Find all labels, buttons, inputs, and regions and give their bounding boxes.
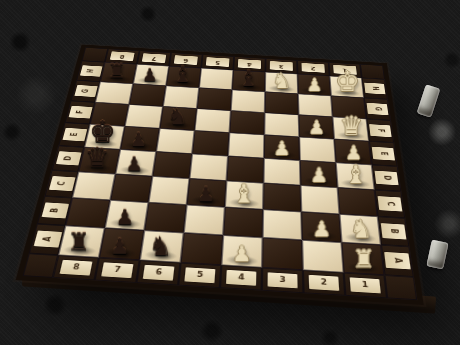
border-corner bbox=[384, 275, 417, 300]
file-label-right-b: B bbox=[378, 216, 410, 246]
border-corner bbox=[82, 47, 108, 62]
photo-background: 87654321H♜♟♝♝♞♟♚HGGF♞♟♛FE♚♟♟♟ED♛♟♟♝DC♟♝C… bbox=[0, 0, 460, 345]
rank-label-bottom-5: 5 bbox=[178, 263, 221, 288]
square-g3[interactable] bbox=[265, 92, 299, 115]
rank-label-top-7-text: 7 bbox=[142, 54, 166, 64]
file-label-right-d: D bbox=[372, 165, 402, 192]
piece-black-pawn: ♟ bbox=[142, 66, 158, 83]
file-label-right-h: H bbox=[362, 78, 388, 99]
piece-white-pawn: ♟ bbox=[345, 143, 362, 162]
piece-white-king: ♚ bbox=[335, 68, 360, 96]
square-g5[interactable] bbox=[197, 88, 232, 111]
rank-label-bottom-4: 4 bbox=[220, 265, 262, 290]
rank-label-bottom-7: 7 bbox=[95, 258, 140, 283]
file-label-right-g: G bbox=[364, 98, 391, 121]
square-a7[interactable]: ♟ bbox=[99, 228, 144, 260]
rank-label-top-5-text: 5 bbox=[206, 57, 230, 67]
rank-label-bottom-1: 1 bbox=[344, 273, 387, 299]
file-label-left-b: B bbox=[37, 196, 72, 225]
square-f1[interactable]: ♛ bbox=[333, 117, 369, 141]
chess-board: 87654321H♜♟♝♝♞♟♚HGGF♞♟♛FE♚♟♟♟ED♛♟♟♝DC♟♝C… bbox=[23, 47, 418, 300]
rank-label-bottom-2-text: 2 bbox=[309, 275, 339, 291]
square-b2[interactable]: ♟ bbox=[301, 212, 341, 243]
rank-label-bottom-1-text: 1 bbox=[350, 278, 381, 294]
piece-white-rook: ♜ bbox=[353, 247, 375, 272]
square-a1[interactable]: ♜ bbox=[342, 242, 385, 275]
file-label-right-e: E bbox=[369, 141, 398, 166]
square-d1[interactable]: ♝ bbox=[336, 163, 375, 190]
rank-label-bottom-3-text: 3 bbox=[268, 273, 298, 289]
square-c7[interactable] bbox=[110, 174, 152, 202]
piece-black-knight: ♞ bbox=[149, 234, 172, 260]
square-c4[interactable]: ♝ bbox=[225, 181, 264, 210]
square-e7[interactable]: ♟ bbox=[120, 126, 159, 151]
piece-black-pawn: ♟ bbox=[110, 236, 129, 258]
square-f5[interactable] bbox=[195, 109, 231, 133]
square-a4[interactable]: ♟ bbox=[221, 235, 262, 267]
square-e3[interactable]: ♟ bbox=[264, 135, 300, 161]
piece-black-rook: ♜ bbox=[68, 230, 90, 255]
square-d7[interactable]: ♟ bbox=[115, 149, 156, 176]
piece-black-knight: ♞ bbox=[167, 106, 187, 128]
piece-white-knight: ♞ bbox=[350, 217, 373, 242]
square-h8[interactable]: ♜ bbox=[100, 62, 137, 84]
square-b6[interactable] bbox=[144, 202, 186, 232]
file-label-left-g-text: G bbox=[74, 85, 97, 97]
piece-white-pawn: ♟ bbox=[308, 118, 325, 136]
piece-black-pawn: ♟ bbox=[197, 184, 215, 204]
piece-black-bishop: ♝ bbox=[239, 68, 259, 90]
piece-white-pawn: ♟ bbox=[232, 243, 251, 265]
rank-label-bottom-4-text: 4 bbox=[226, 270, 256, 286]
piece-black-pawn: ♟ bbox=[115, 207, 134, 228]
file-label-right-f: F bbox=[366, 119, 394, 143]
file-label-left-c-text: C bbox=[49, 176, 75, 191]
file-label-left-h-text: H bbox=[80, 65, 102, 76]
square-e6[interactable] bbox=[156, 128, 194, 153]
square-h7[interactable]: ♟ bbox=[133, 64, 169, 86]
piece-white-bishop: ♝ bbox=[345, 163, 367, 188]
square-h4[interactable]: ♝ bbox=[232, 70, 265, 92]
file-label-right-h-text: H bbox=[364, 83, 385, 95]
piece-black-pawn: ♟ bbox=[130, 130, 147, 149]
piece-white-pawn: ♟ bbox=[307, 76, 323, 93]
piece-white-pawn: ♟ bbox=[273, 139, 290, 158]
square-c3[interactable] bbox=[263, 183, 301, 212]
square-a8[interactable]: ♜ bbox=[58, 226, 105, 258]
square-c8[interactable] bbox=[72, 172, 115, 200]
rank-label-bottom-8-text: 8 bbox=[60, 260, 93, 275]
square-b7[interactable]: ♟ bbox=[105, 200, 149, 230]
square-b5[interactable] bbox=[184, 205, 225, 235]
file-label-right-f-text: F bbox=[369, 124, 391, 137]
square-f6[interactable]: ♞ bbox=[160, 106, 197, 130]
square-e4[interactable] bbox=[228, 133, 264, 159]
border-corner bbox=[360, 64, 385, 79]
square-d6[interactable] bbox=[152, 152, 192, 179]
rank-label-bottom-2: 2 bbox=[303, 270, 345, 296]
file-label-right-e-text: E bbox=[372, 147, 395, 161]
square-a2[interactable] bbox=[302, 240, 344, 273]
square-e2[interactable] bbox=[299, 137, 336, 163]
square-h2[interactable]: ♟ bbox=[297, 74, 331, 96]
square-a6[interactable]: ♞ bbox=[140, 230, 184, 262]
square-c5[interactable]: ♟ bbox=[187, 179, 227, 208]
square-d3[interactable] bbox=[264, 158, 301, 185]
square-a3[interactable] bbox=[262, 238, 303, 271]
square-f2[interactable]: ♟ bbox=[299, 115, 335, 139]
chess-board-3d-wrapper: 87654321H♜♟♝♝♞♟♚HGGF♞♟♛FE♚♟♟♟ED♛♟♟♝DC♟♝C… bbox=[23, 47, 418, 300]
file-label-left-d-text: D bbox=[56, 151, 81, 165]
rank-label-top-2-text: 2 bbox=[302, 63, 325, 73]
file-label-left-c: C bbox=[44, 170, 78, 198]
square-h5[interactable] bbox=[199, 68, 233, 90]
square-c1[interactable] bbox=[338, 188, 378, 217]
piece-black-pawn: ♟ bbox=[125, 154, 143, 174]
file-label-left-e-text: E bbox=[62, 128, 86, 141]
square-g8[interactable] bbox=[95, 82, 133, 105]
square-a5[interactable] bbox=[181, 233, 224, 265]
piece-white-pawn: ♟ bbox=[312, 219, 331, 240]
piece-white-bishop: ♝ bbox=[233, 181, 256, 206]
square-f7[interactable] bbox=[125, 104, 163, 128]
piece-black-bishop: ♝ bbox=[173, 64, 193, 86]
square-e5[interactable] bbox=[192, 131, 229, 156]
square-f4[interactable] bbox=[229, 111, 264, 135]
piece-white-pawn: ♟ bbox=[310, 165, 328, 185]
hinge-icon-top bbox=[417, 84, 441, 117]
rank-label-bottom-5-text: 5 bbox=[184, 267, 215, 283]
file-label-right-b-text: B bbox=[381, 223, 406, 239]
file-label-right-g-text: G bbox=[367, 103, 388, 115]
square-h3[interactable]: ♞ bbox=[265, 72, 298, 94]
file-label-right-d-text: D bbox=[375, 171, 399, 185]
square-b3[interactable] bbox=[263, 209, 302, 240]
rank-label-bottom-6: 6 bbox=[136, 260, 180, 285]
square-g2[interactable] bbox=[298, 94, 332, 117]
square-b1[interactable]: ♞ bbox=[339, 214, 380, 245]
square-d2[interactable]: ♟ bbox=[300, 160, 338, 187]
hinge-icon-bottom bbox=[426, 240, 448, 270]
file-label-right-c-text: C bbox=[378, 196, 402, 211]
rank-label-bottom-7-text: 7 bbox=[101, 262, 133, 277]
piece-white-queen: ♛ bbox=[340, 113, 363, 139]
square-c6[interactable] bbox=[148, 176, 189, 205]
square-c2[interactable] bbox=[301, 185, 340, 214]
square-d5[interactable] bbox=[189, 154, 228, 181]
file-label-right-c: C bbox=[375, 190, 406, 218]
file-label-left-b-text: B bbox=[41, 203, 68, 219]
piece-black-rook: ♜ bbox=[108, 61, 126, 81]
rank-label-bottom-8: 8 bbox=[53, 255, 99, 280]
file-label-left-g: G bbox=[71, 80, 100, 102]
piece-black-queen: ♛ bbox=[85, 144, 110, 172]
square-d8[interactable]: ♛ bbox=[78, 147, 120, 174]
square-g7[interactable] bbox=[129, 84, 166, 107]
rank-label-bottom-3: 3 bbox=[262, 268, 304, 294]
square-g4[interactable] bbox=[231, 90, 265, 113]
file-label-right-a-text: A bbox=[384, 252, 410, 269]
square-h6[interactable]: ♝ bbox=[166, 66, 201, 88]
piece-white-knight: ♞ bbox=[272, 71, 291, 92]
square-h1[interactable]: ♚ bbox=[330, 76, 364, 98]
square-f3[interactable] bbox=[264, 113, 299, 137]
square-b8[interactable] bbox=[65, 198, 110, 228]
file-label-right-a: A bbox=[381, 245, 414, 277]
rank-label-bottom-6-text: 6 bbox=[143, 265, 174, 281]
square-b4[interactable] bbox=[223, 207, 263, 237]
file-label-left-a-text: A bbox=[33, 231, 61, 248]
